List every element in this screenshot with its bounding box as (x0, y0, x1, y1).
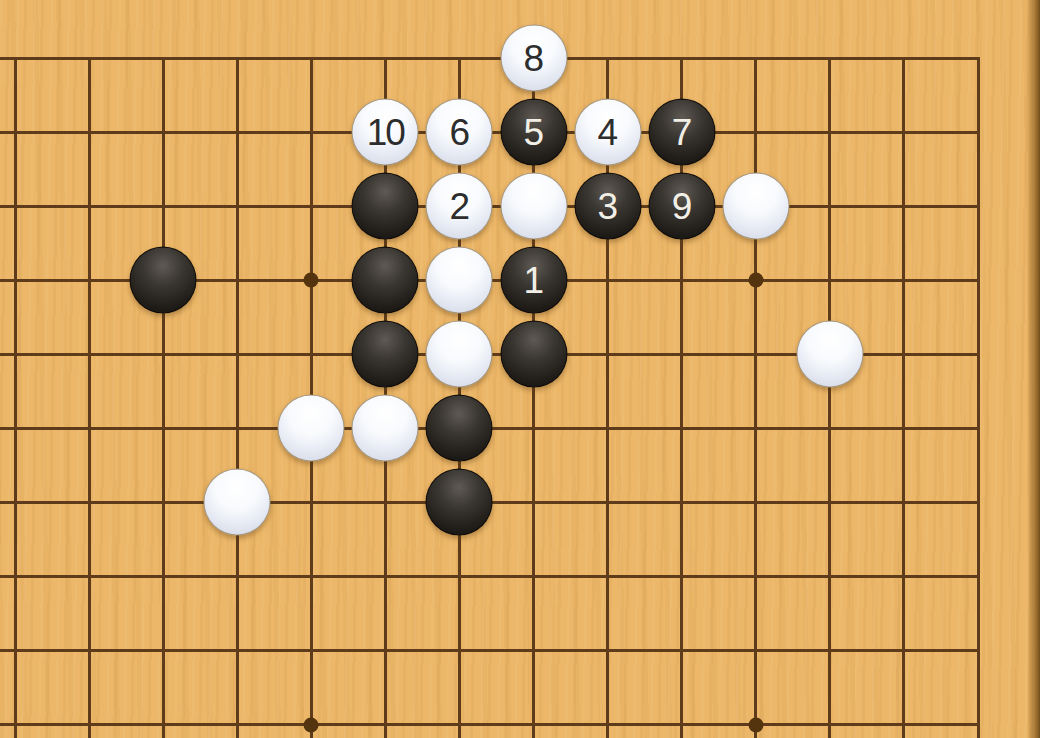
grid-vline (162, 57, 165, 738)
stone-black-P17[interactable]: 9 (648, 173, 715, 240)
stone-black-P18[interactable]: 7 (648, 99, 715, 166)
grid-vline (754, 57, 757, 738)
move-number: 2 (449, 188, 469, 225)
move-number: 4 (598, 114, 618, 151)
go-app-frame: 12345678910 (0, 0, 1040, 738)
grid-vline (977, 57, 980, 738)
star-point-Q10 (748, 717, 763, 732)
stone-white-K14[interactable] (278, 395, 345, 462)
stone-black-H16[interactable] (130, 247, 197, 314)
stone-white-M16[interactable] (426, 247, 493, 314)
grid-vline (14, 57, 17, 738)
stone-white-L18[interactable]: 10 (352, 99, 419, 166)
move-number: 1 (523, 262, 543, 299)
stone-white-O18[interactable]: 4 (574, 99, 641, 166)
stone-black-N18[interactable]: 5 (500, 99, 567, 166)
stone-white-N19[interactable]: 8 (500, 25, 567, 92)
stone-white-M15[interactable] (426, 321, 493, 388)
stone-white-M17[interactable]: 2 (426, 173, 493, 240)
stone-black-N16[interactable]: 1 (500, 247, 567, 314)
move-number: 5 (523, 114, 543, 151)
stone-white-M18[interactable]: 6 (426, 99, 493, 166)
grid-vline (902, 57, 905, 738)
move-number: 3 (598, 188, 618, 225)
grid-hline (0, 57, 980, 60)
stone-black-M14[interactable] (426, 395, 493, 462)
star-point-Q16 (748, 273, 763, 288)
stone-white-N17[interactable] (500, 173, 567, 240)
grid-hline (0, 723, 980, 726)
stone-white-Q17[interactable] (722, 173, 789, 240)
star-point-K16 (304, 273, 319, 288)
grid-vline (88, 57, 91, 738)
stone-black-L17[interactable] (352, 173, 419, 240)
stone-white-R15[interactable] (796, 321, 863, 388)
move-number: 9 (672, 188, 692, 225)
go-board[interactable]: 12345678910 (0, 0, 1040, 738)
move-number: 6 (449, 114, 469, 151)
grid-hline (0, 575, 980, 578)
grid-vline (236, 57, 239, 738)
stone-white-J13[interactable] (204, 469, 271, 536)
stone-black-N15[interactable] (500, 321, 567, 388)
stone-black-L15[interactable] (352, 321, 419, 388)
grid-hline (0, 649, 980, 652)
move-number: 7 (672, 114, 692, 151)
grid-vline (828, 57, 831, 738)
star-point-K10 (304, 717, 319, 732)
stone-black-L16[interactable] (352, 247, 419, 314)
stone-black-O17[interactable]: 3 (574, 173, 641, 240)
stone-white-L14[interactable] (352, 395, 419, 462)
move-number: 10 (367, 114, 404, 151)
stone-black-M13[interactable] (426, 469, 493, 536)
move-number: 8 (523, 40, 543, 77)
board-side-edge (1027, 0, 1040, 738)
